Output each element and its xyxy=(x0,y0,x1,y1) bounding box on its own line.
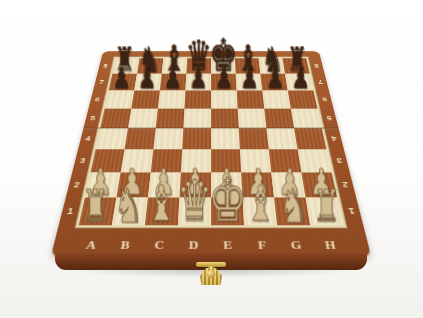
square-c3 xyxy=(151,149,182,172)
square-g4 xyxy=(266,128,297,149)
square-h7: ♟ xyxy=(285,74,313,91)
square-b3 xyxy=(121,149,154,172)
square-a5 xyxy=(100,109,131,129)
square-g7: ♟ xyxy=(260,74,287,91)
chess-set-photo: 87654321 87654321 ABCDEFGH ♜♞♝♛♚♝♞♜♟♟♟♟♟… xyxy=(0,0,423,318)
square-g5 xyxy=(264,109,294,129)
file-label-a: A xyxy=(73,238,110,251)
brass-latch xyxy=(194,260,228,290)
square-d5 xyxy=(183,109,211,129)
square-f3 xyxy=(240,149,271,172)
square-h5 xyxy=(291,109,322,129)
square-f6 xyxy=(237,91,265,109)
square-e1: ♚ xyxy=(211,198,244,226)
square-c2: ♟ xyxy=(148,172,181,197)
square-c4 xyxy=(153,128,183,149)
board-perspective-wrap: 87654321 87654321 ABCDEFGH ♜♞♝♛♚♝♞♜♟♟♟♟♟… xyxy=(82,1,340,267)
square-b5 xyxy=(128,109,158,129)
square-g1: ♞ xyxy=(274,198,310,226)
square-b7: ♟ xyxy=(134,74,161,91)
file-label-b: B xyxy=(108,238,144,251)
latch-pin xyxy=(207,270,215,278)
square-a1: ♜ xyxy=(79,198,117,226)
file-label-c: C xyxy=(142,238,177,251)
square-b4 xyxy=(124,128,155,149)
square-c8: ♝ xyxy=(162,58,188,74)
square-h2: ♟ xyxy=(301,172,337,197)
square-b6 xyxy=(131,91,160,109)
square-c7: ♟ xyxy=(160,74,187,91)
square-d4 xyxy=(182,128,211,149)
square-a8: ♜ xyxy=(112,58,139,74)
square-c6 xyxy=(158,91,186,109)
board-inner-strip: ♜♞♝♛♚♝♞♜♟♟♟♟♟♟♟♟♟♟♟♟♟♟♟♟♜♞♝♛♚♝♞♜ xyxy=(75,57,348,229)
square-h1: ♜ xyxy=(306,198,344,226)
square-d7: ♟ xyxy=(185,74,211,91)
file-label-f: F xyxy=(245,238,280,251)
square-g6 xyxy=(262,91,291,109)
square-b8: ♞ xyxy=(137,58,163,74)
square-h3 xyxy=(298,149,332,172)
square-g8: ♞ xyxy=(259,58,285,74)
square-e5 xyxy=(211,109,239,129)
square-h8: ♜ xyxy=(282,58,309,74)
board-grid: ♜♞♝♛♚♝♞♜♟♟♟♟♟♟♟♟♟♟♟♟♟♟♟♟♜♞♝♛♚♝♞♜ xyxy=(79,58,343,225)
square-e7: ♟ xyxy=(211,74,237,91)
square-a3 xyxy=(90,149,124,172)
square-e2: ♟ xyxy=(211,172,243,197)
square-g3 xyxy=(269,149,302,172)
square-f5 xyxy=(238,109,267,129)
square-a6 xyxy=(105,91,135,109)
file-label-g: G xyxy=(279,238,315,251)
square-h6 xyxy=(288,91,318,109)
square-d1: ♛ xyxy=(178,198,211,226)
square-f7: ♟ xyxy=(236,74,263,91)
square-a2: ♟ xyxy=(85,172,121,197)
square-g2: ♟ xyxy=(271,172,305,197)
square-d6 xyxy=(184,91,211,109)
square-b1: ♞ xyxy=(112,198,148,226)
file-label-h: H xyxy=(312,238,349,251)
square-f1: ♝ xyxy=(243,198,278,226)
square-f8: ♝ xyxy=(235,58,261,74)
square-a4 xyxy=(96,128,128,149)
chess-board: 87654321 87654321 ABCDEFGH ♜♞♝♛♚♝♞♜♟♟♟♟♟… xyxy=(51,51,372,257)
square-d2: ♟ xyxy=(179,172,211,197)
file-label-e: E xyxy=(211,238,245,251)
square-d3 xyxy=(181,149,211,172)
square-d8: ♛ xyxy=(186,58,211,74)
square-e8: ♚ xyxy=(211,58,236,74)
square-f4 xyxy=(239,128,269,149)
square-e4 xyxy=(211,128,240,149)
square-h4 xyxy=(294,128,326,149)
square-e3 xyxy=(211,149,241,172)
square-b2: ♟ xyxy=(116,172,150,197)
square-c1: ♝ xyxy=(145,198,180,226)
square-c5 xyxy=(156,109,185,129)
file-label-d: D xyxy=(177,238,211,251)
square-a7: ♟ xyxy=(109,74,137,91)
square-f2: ♟ xyxy=(241,172,274,197)
square-e6 xyxy=(211,91,238,109)
